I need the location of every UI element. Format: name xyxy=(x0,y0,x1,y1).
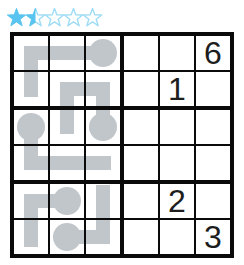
cell-r5c2[interactable] xyxy=(50,184,84,218)
cell-r6c4[interactable] xyxy=(124,220,158,254)
cell-r1c2[interactable] xyxy=(50,36,84,70)
cell-r5c5[interactable]: 2 xyxy=(160,184,194,218)
cell-r2c5[interactable]: 1 xyxy=(160,72,194,106)
cell-r1c1[interactable] xyxy=(14,36,48,70)
cell-r6c1[interactable] xyxy=(14,220,48,254)
cell-r1c3[interactable] xyxy=(86,36,120,70)
cell-r5c3[interactable] xyxy=(86,184,120,218)
cell-r4c1[interactable] xyxy=(14,146,48,180)
cell-r3c3[interactable] xyxy=(86,110,120,144)
star-icon-empty xyxy=(64,8,82,25)
cell-r6c2[interactable] xyxy=(50,220,84,254)
cell-r3c4[interactable] xyxy=(124,110,158,144)
cell-r3c5[interactable] xyxy=(160,110,194,144)
cell-r2c3[interactable] xyxy=(86,72,120,106)
cell-r1c4[interactable] xyxy=(124,36,158,70)
cell-r6c6[interactable]: 3 xyxy=(196,220,230,254)
cell-r1c6[interactable]: 6 xyxy=(196,36,230,70)
difficulty-rating xyxy=(0,5,112,31)
star-icon-empty xyxy=(45,8,63,25)
cell-r4c3[interactable] xyxy=(86,146,120,180)
cell-r3c1[interactable] xyxy=(14,110,48,144)
star-icon-full xyxy=(7,8,25,25)
cell-r1c5[interactable] xyxy=(160,36,194,70)
cell-r5c6[interactable] xyxy=(196,184,230,218)
cell-r2c6[interactable] xyxy=(196,72,230,106)
cell-grid: 6123 xyxy=(10,32,234,258)
cell-r5c4[interactable] xyxy=(124,184,158,218)
cell-r4c5[interactable] xyxy=(160,146,194,180)
cell-r4c4[interactable] xyxy=(124,146,158,180)
cell-r4c6[interactable] xyxy=(196,146,230,180)
cell-r6c3[interactable] xyxy=(86,220,120,254)
puzzle-board: 6123 xyxy=(10,32,234,258)
cell-r4c2[interactable] xyxy=(50,146,84,180)
cell-r3c2[interactable] xyxy=(50,110,84,144)
cell-r6c5[interactable] xyxy=(160,220,194,254)
puzzle-screen: 6123 xyxy=(0,0,244,265)
cell-r3c6[interactable] xyxy=(196,110,230,144)
star-icon-empty xyxy=(83,8,101,25)
cell-r2c4[interactable] xyxy=(124,72,158,106)
cell-r2c1[interactable] xyxy=(14,72,48,106)
cell-r2c2[interactable] xyxy=(50,72,84,106)
cell-r5c1[interactable] xyxy=(14,184,48,218)
